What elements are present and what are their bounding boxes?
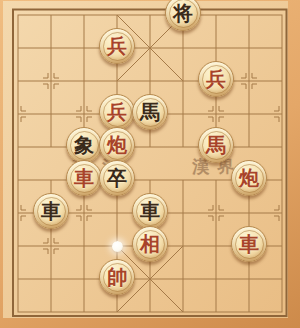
xiangqi-board[interactable]: 楚河 漢界 将兵兵兵馬象炮馬車卒炮車車相車帥 (0, 0, 300, 328)
piece-black-chariot[interactable]: 車 (132, 193, 168, 229)
piece-glyph: 車 (41, 201, 61, 221)
piece-black-chariot[interactable]: 車 (33, 193, 69, 229)
piece-glyph: 馬 (206, 135, 226, 155)
piece-glyph: 卒 (107, 168, 127, 188)
piece-glyph: 兵 (107, 102, 127, 122)
piece-red-soldier[interactable]: 兵 (99, 28, 135, 64)
piece-glyph: 兵 (107, 36, 127, 56)
piece-red-soldier[interactable]: 兵 (198, 61, 234, 97)
piece-glyph: 将 (173, 3, 193, 23)
piece-glyph: 兵 (206, 69, 226, 89)
piece-red-elephant[interactable]: 相 (132, 226, 168, 262)
piece-glyph: 相 (140, 234, 160, 254)
piece-layer: 将兵兵兵馬象炮馬車卒炮車車相車帥 (2, 0, 299, 328)
piece-glyph: 炮 (239, 168, 259, 188)
piece-red-horse[interactable]: 馬 (198, 127, 234, 163)
piece-glyph: 象 (74, 135, 94, 155)
piece-black-elephant[interactable]: 象 (66, 127, 102, 163)
piece-glyph: 馬 (140, 102, 160, 122)
piece-red-soldier[interactable]: 兵 (99, 94, 135, 130)
piece-black-soldier[interactable]: 卒 (99, 160, 135, 196)
piece-black-general[interactable]: 将 (165, 0, 201, 31)
piece-red-chariot[interactable]: 車 (231, 226, 267, 262)
piece-red-cannon[interactable]: 炮 (231, 160, 267, 196)
piece-glyph: 炮 (107, 135, 127, 155)
move-indicator-dot (112, 241, 123, 252)
piece-black-horse[interactable]: 馬 (132, 94, 168, 130)
piece-glyph: 車 (239, 234, 259, 254)
piece-glyph: 車 (140, 201, 160, 221)
piece-red-cannon[interactable]: 炮 (99, 127, 135, 163)
piece-glyph: 車 (74, 168, 94, 188)
piece-red-chariot[interactable]: 車 (66, 160, 102, 196)
piece-glyph: 帥 (107, 267, 127, 287)
piece-red-general[interactable]: 帥 (99, 259, 135, 295)
